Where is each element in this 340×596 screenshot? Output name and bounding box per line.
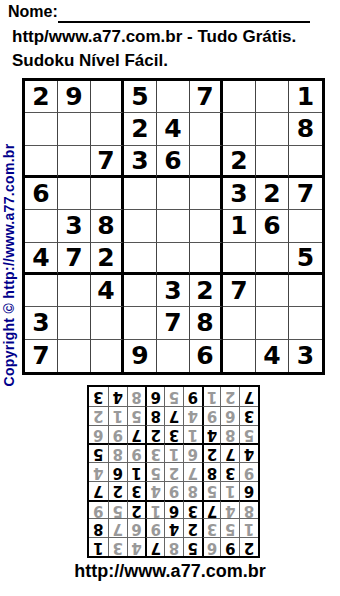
solution-cell-r9c7: 8 <box>127 387 146 406</box>
sudoku-puzzle-grid: 295712487362632738164725432737879643 <box>22 78 325 375</box>
cell-r6c1[interactable]: 4 <box>25 243 58 275</box>
cell-r9c7[interactable] <box>223 340 256 372</box>
solution-cell-r7c5: 3 <box>164 425 183 444</box>
solution-cell-r9c5: 5 <box>164 387 183 406</box>
solution-cell-r4c1: 6 <box>239 481 258 500</box>
solution-cell-r2c7: 6 <box>127 518 146 537</box>
solution-cell-r1c5: 8 <box>164 537 183 556</box>
solution-cell-r6c4: 6 <box>183 443 202 462</box>
cell-r2c8[interactable] <box>256 113 289 145</box>
solution-cell-r3c1: 8 <box>239 500 258 519</box>
cell-r4c3[interactable] <box>91 178 124 210</box>
solution-cell-r2c2: 5 <box>220 518 239 537</box>
cell-r3c2[interactable] <box>58 146 91 178</box>
solution-cell-r8c4: 4 <box>183 406 202 425</box>
cell-r1c8[interactable] <box>256 81 289 113</box>
cell-r5c1[interactable] <box>25 210 58 242</box>
cell-r2c6[interactable] <box>190 113 223 145</box>
cell-r8c5[interactable]: 7 <box>157 307 190 339</box>
solution-cell-r3c3: 7 <box>202 500 221 519</box>
solution-cell-r2c8: 7 <box>108 518 127 537</box>
cell-r3c6[interactable] <box>190 146 223 178</box>
solution-cell-r1c6: 7 <box>145 537 164 556</box>
cell-r3c3[interactable]: 7 <box>91 146 124 178</box>
cell-r5c5[interactable] <box>157 210 190 242</box>
cell-r7c7[interactable]: 7 <box>223 275 256 307</box>
cell-r6c5[interactable] <box>157 243 190 275</box>
solution-cell-r3c9: 9 <box>89 500 108 519</box>
solution-cell-r2c4: 2 <box>183 518 202 537</box>
solution-cell-r6c5: 1 <box>164 443 183 462</box>
solution-cell-r7c3: 4 <box>202 425 221 444</box>
solution-cell-r5c8: 6 <box>108 462 127 481</box>
solution-cell-r2c3: 3 <box>202 518 221 537</box>
solution-cell-r3c6: 1 <box>145 500 164 519</box>
solution-cell-r6c3: 2 <box>202 443 221 462</box>
cell-r3c9[interactable] <box>289 146 322 178</box>
cell-r3c8[interactable] <box>256 146 289 178</box>
cell-r8c9[interactable] <box>289 307 322 339</box>
solution-cell-r7c1: 5 <box>239 425 258 444</box>
cell-r2c4[interactable]: 2 <box>124 113 157 145</box>
cell-r6c7[interactable] <box>223 243 256 275</box>
cell-r9c3[interactable] <box>91 340 124 372</box>
solution-cell-r6c1: 4 <box>239 443 258 462</box>
cell-r4c9[interactable]: 7 <box>289 178 322 210</box>
solution-cell-r9c1: 7 <box>239 387 258 406</box>
cell-r4c1[interactable]: 6 <box>25 178 58 210</box>
solution-cell-r7c8: 9 <box>108 425 127 444</box>
cell-r9c6[interactable]: 6 <box>190 340 223 372</box>
cell-r3c7[interactable]: 2 <box>223 146 256 178</box>
cell-r7c5[interactable]: 3 <box>157 275 190 307</box>
cell-r6c2[interactable]: 7 <box>58 243 91 275</box>
solution-cell-r3c7: 2 <box>127 500 146 519</box>
solution-cell-r8c8: 1 <box>108 406 127 425</box>
solution-cell-r1c4: 5 <box>183 537 202 556</box>
footer-url: http://www.a77.com.br <box>0 561 340 582</box>
solution-cell-r4c9: 7 <box>89 481 108 500</box>
solution-cell-r5c2: 3 <box>220 462 239 481</box>
cell-r9c4[interactable]: 9 <box>124 340 157 372</box>
solution-cell-r1c8: 3 <box>108 537 127 556</box>
cell-r7c9[interactable] <box>289 275 322 307</box>
solution-cell-r3c4: 3 <box>183 500 202 519</box>
solution-cell-r7c4: 1 <box>183 425 202 444</box>
solution-cell-r1c9: 1 <box>89 537 108 556</box>
solution-cell-r5c9: 4 <box>89 462 108 481</box>
solution-cell-r9c6: 6 <box>145 387 164 406</box>
solution-cell-r7c2: 8 <box>220 425 239 444</box>
cell-r1c1[interactable]: 2 <box>25 81 58 113</box>
cell-r2c7[interactable] <box>223 113 256 145</box>
cell-r5c8[interactable]: 6 <box>256 210 289 242</box>
cell-r8c2[interactable] <box>58 307 91 339</box>
solution-cell-r2c1: 1 <box>239 518 258 537</box>
solution-cell-r1c1: 2 <box>239 537 258 556</box>
solution-cell-r4c2: 1 <box>220 481 239 500</box>
cell-r8c4[interactable] <box>124 307 157 339</box>
solution-cell-r8c5: 7 <box>164 406 183 425</box>
name-label: Nome: <box>8 3 58 21</box>
page: Nome: http/www.a77.com.br - Tudo Grátis.… <box>0 0 340 596</box>
solution-cell-r1c2: 9 <box>220 537 239 556</box>
solution-cell-r4c5: 9 <box>164 481 183 500</box>
cell-r6c6[interactable] <box>190 243 223 275</box>
cell-r5c4[interactable] <box>124 210 157 242</box>
cell-r7c8[interactable] <box>256 275 289 307</box>
cell-r5c2[interactable]: 3 <box>58 210 91 242</box>
cell-r1c9[interactable]: 1 <box>289 81 322 113</box>
cell-r9c8[interactable]: 4 <box>256 340 289 372</box>
copyright-vertical: Copyright © http://www.a77.com.br <box>1 100 19 430</box>
solution-cell-r5c7: 1 <box>127 462 146 481</box>
cell-r2c1[interactable] <box>25 113 58 145</box>
cell-r1c4[interactable]: 5 <box>124 81 157 113</box>
solution-cell-r9c4: 9 <box>183 387 202 406</box>
solution-cell-r9c8: 4 <box>108 387 127 406</box>
cell-r5c7[interactable]: 1 <box>223 210 256 242</box>
solution-cell-r2c9: 8 <box>89 518 108 537</box>
cell-r8c8[interactable] <box>256 307 289 339</box>
cell-r1c5[interactable] <box>157 81 190 113</box>
cell-r2c2[interactable] <box>58 113 91 145</box>
site-line: http/www.a77.com.br - Tudo Grátis. <box>12 27 296 47</box>
cell-r2c3[interactable] <box>91 113 124 145</box>
solution-cell-r3c2: 4 <box>220 500 239 519</box>
solution-cell-r3c5: 6 <box>164 500 183 519</box>
cell-r4c8[interactable]: 2 <box>256 178 289 210</box>
cell-r1c2[interactable]: 9 <box>58 81 91 113</box>
solution-cell-r8c2: 6 <box>220 406 239 425</box>
solution-cell-r1c3: 6 <box>202 537 221 556</box>
solution-cell-r5c6: 5 <box>145 462 164 481</box>
solution-cell-r4c6: 4 <box>145 481 164 500</box>
solution-cell-r4c3: 5 <box>202 481 221 500</box>
solution-cell-r9c3: 1 <box>202 387 221 406</box>
solution-cell-r4c7: 3 <box>127 481 146 500</box>
cell-r4c5[interactable] <box>157 178 190 210</box>
solution-cell-r7c6: 2 <box>145 425 164 444</box>
solution-cell-r7c7: 7 <box>127 425 146 444</box>
solution-cell-r3c8: 5 <box>108 500 127 519</box>
cell-r6c8[interactable] <box>256 243 289 275</box>
solution-cell-r2c6: 9 <box>145 518 164 537</box>
cell-r3c4[interactable]: 3 <box>124 146 157 178</box>
solution-cell-r9c2: 2 <box>220 387 239 406</box>
cell-r6c3[interactable]: 2 <box>91 243 124 275</box>
cell-r4c6[interactable] <box>190 178 223 210</box>
cell-r5c9[interactable] <box>289 210 322 242</box>
cell-r7c3[interactable]: 4 <box>91 275 124 307</box>
solution-cell-r5c4: 7 <box>183 462 202 481</box>
sudoku-solution-grid: 2965874311532496788473612596158943279387… <box>87 385 260 558</box>
cell-r1c7[interactable] <box>223 81 256 113</box>
cell-r6c9[interactable]: 5 <box>289 243 322 275</box>
cell-r2c5[interactable]: 4 <box>157 113 190 145</box>
cell-r1c3[interactable] <box>91 81 124 113</box>
cell-r8c3[interactable] <box>91 307 124 339</box>
cell-r5c6[interactable] <box>190 210 223 242</box>
cell-r7c1[interactable] <box>25 275 58 307</box>
solution-cell-r8c6: 8 <box>145 406 164 425</box>
page-title: Sudoku Nível Fácil. <box>12 51 168 71</box>
solution-cell-r6c2: 7 <box>220 443 239 462</box>
solution-cell-r6c7: 9 <box>127 443 146 462</box>
solution-cell-r5c3: 8 <box>202 462 221 481</box>
solution-cell-r6c8: 8 <box>108 443 127 462</box>
solution-cell-r7c9: 6 <box>89 425 108 444</box>
solution-cell-r5c5: 2 <box>164 462 183 481</box>
cell-r4c4[interactable] <box>124 178 157 210</box>
solution-cell-r1c7: 4 <box>127 537 146 556</box>
solution-cell-r6c6: 3 <box>145 443 164 462</box>
solution-cell-r4c8: 2 <box>108 481 127 500</box>
cell-r7c2[interactable] <box>58 275 91 307</box>
solution-cell-r4c4: 8 <box>183 481 202 500</box>
solution-cell-r8c3: 9 <box>202 406 221 425</box>
cell-r3c5[interactable]: 6 <box>157 146 190 178</box>
solution-cell-r2c5: 4 <box>164 518 183 537</box>
cell-r6c4[interactable] <box>124 243 157 275</box>
name-underline <box>58 4 310 23</box>
cell-r8c1[interactable]: 3 <box>25 307 58 339</box>
cell-r9c5[interactable] <box>157 340 190 372</box>
solution-cell-r8c9: 2 <box>89 406 108 425</box>
solution-cell-r8c1: 3 <box>239 406 258 425</box>
cell-r5c3[interactable]: 8 <box>91 210 124 242</box>
cell-r3c1[interactable] <box>25 146 58 178</box>
cell-r7c4[interactable] <box>124 275 157 307</box>
solution-cell-r9c9: 3 <box>89 387 108 406</box>
cell-r1c6[interactable]: 7 <box>190 81 223 113</box>
cell-r9c2[interactable] <box>58 340 91 372</box>
cell-r4c7[interactable]: 3 <box>223 178 256 210</box>
cell-r9c9[interactable]: 3 <box>289 340 322 372</box>
cell-r2c9[interactable]: 8 <box>289 113 322 145</box>
cell-r9c1[interactable]: 7 <box>25 340 58 372</box>
cell-r8c6[interactable]: 8 <box>190 307 223 339</box>
solution-cell-r8c7: 5 <box>127 406 146 425</box>
solution-cell-r5c1: 9 <box>239 462 258 481</box>
cell-r7c6[interactable]: 2 <box>190 275 223 307</box>
cell-r4c2[interactable] <box>58 178 91 210</box>
solution-cell-r6c9: 5 <box>89 443 108 462</box>
cell-r8c7[interactable] <box>223 307 256 339</box>
